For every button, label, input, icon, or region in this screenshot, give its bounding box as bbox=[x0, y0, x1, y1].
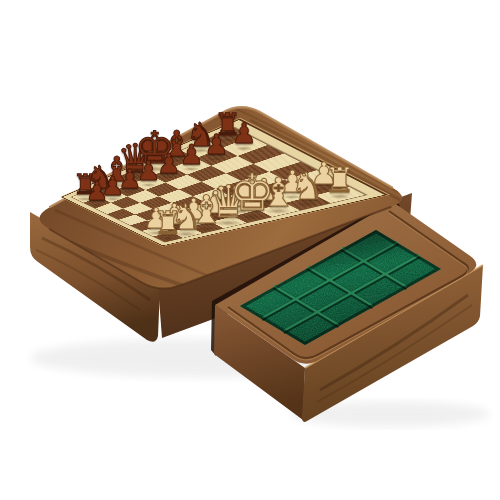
box-and-drawer bbox=[0, 0, 500, 500]
chess-set-product-photo: ♜♞♝♛♚♝♞♜♟♟♟♟♟♟♟♟♟♟♟♟♟♟♟♟♜♞♝♛♚♝♞♜ bbox=[0, 0, 500, 500]
